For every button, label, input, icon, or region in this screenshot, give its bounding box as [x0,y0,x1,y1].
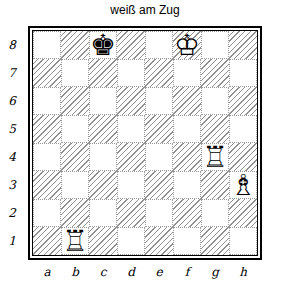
square-e7[interactable] [145,59,173,87]
square-d6[interactable] [117,87,145,115]
file-label-g: g [201,264,229,280]
square-h3[interactable]: ♝♗ [229,171,257,199]
piece-white-rook[interactable]: ♜♖ [62,228,88,254]
piece-white-bishop[interactable]: ♝♗ [230,172,256,198]
square-a8[interactable] [33,31,61,59]
rank-label-1: 1 [0,227,24,255]
square-e1[interactable] [145,227,173,255]
square-b2[interactable] [61,199,89,227]
rank-label-8: 8 [0,31,24,59]
square-e5[interactable] [145,115,173,143]
square-h8[interactable] [229,31,257,59]
rank-label-6: 6 [0,87,24,115]
square-c1[interactable] [89,227,117,255]
file-label-e: e [145,264,173,280]
square-g4[interactable]: ♜♖ [201,143,229,171]
square-f2[interactable] [173,199,201,227]
square-f5[interactable] [173,115,201,143]
square-e3[interactable] [145,171,173,199]
rank-label-2: 2 [0,199,24,227]
square-e8[interactable] [145,31,173,59]
square-b4[interactable] [61,143,89,171]
file-label-h: h [229,264,257,280]
square-g1[interactable] [201,227,229,255]
rank-label-4: 4 [0,143,24,171]
rank-label-7: 7 [0,59,24,87]
piece-glyph: ♗ [230,171,256,200]
square-a7[interactable] [33,59,61,87]
square-g6[interactable] [201,87,229,115]
file-label-c: c [89,264,117,280]
piece-white-king[interactable]: ♚♔ [173,31,201,59]
square-f8[interactable]: ♚♔ [173,31,201,59]
square-c5[interactable] [89,115,117,143]
square-a4[interactable] [33,143,61,171]
square-c6[interactable] [89,87,117,115]
square-g5[interactable] [201,115,229,143]
square-d5[interactable] [117,115,145,143]
square-h5[interactable] [229,115,257,143]
square-d3[interactable] [117,171,145,199]
file-label-f: f [173,264,201,280]
rank-label-3: 3 [0,171,24,199]
rank-label-5: 5 [0,115,24,143]
file-label-a: a [33,264,61,280]
square-a2[interactable] [33,199,61,227]
square-f4[interactable] [173,143,201,171]
square-h6[interactable] [229,87,257,115]
square-b8[interactable] [61,31,89,59]
square-f1[interactable] [173,227,201,255]
board-grid: ♚♚♚♔♜♖♝♗♜♖ [33,31,257,255]
chess-board: ♚♚♚♔♜♖♝♗♜♖ [28,26,262,260]
square-d4[interactable] [117,143,145,171]
file-label-d: d [117,264,145,280]
square-c3[interactable] [89,171,117,199]
piece-white-rook[interactable]: ♜♖ [202,144,228,170]
square-b1[interactable]: ♜♖ [61,227,89,255]
rank-labels: 87654321 [0,31,24,255]
board-border-inner: ♚♚♚♔♜♖♝♗♜♖ [32,30,258,256]
square-g8[interactable] [201,31,229,59]
square-b3[interactable] [61,171,89,199]
piece-glyph: ♖ [62,227,88,256]
square-a1[interactable] [33,227,61,255]
square-a5[interactable] [33,115,61,143]
square-c2[interactable] [89,199,117,227]
square-c4[interactable] [89,143,117,171]
square-b6[interactable] [61,87,89,115]
square-d8[interactable] [117,31,145,59]
square-a3[interactable] [33,171,61,199]
square-d2[interactable] [117,199,145,227]
square-f3[interactable] [173,171,201,199]
square-h7[interactable] [229,59,257,87]
piece-black-king[interactable]: ♚♚ [90,32,116,58]
square-e2[interactable] [145,199,173,227]
square-g2[interactable] [201,199,229,227]
square-e6[interactable] [145,87,173,115]
square-e4[interactable] [145,143,173,171]
board-caption: weiß am Zug [0,3,290,17]
square-h1[interactable] [229,227,257,255]
square-b7[interactable] [61,59,89,87]
piece-glyph: ♚ [90,31,116,60]
piece-glyph: ♔ [174,31,200,60]
file-labels: abcdefgh [33,264,257,280]
square-f6[interactable] [173,87,201,115]
square-f7[interactable] [173,59,201,87]
square-g7[interactable] [201,59,229,87]
square-g3[interactable] [201,171,229,199]
square-d7[interactable] [117,59,145,87]
square-a6[interactable] [33,87,61,115]
square-d1[interactable] [117,227,145,255]
piece-glyph: ♖ [202,143,228,172]
file-label-b: b [61,264,89,280]
square-h2[interactable] [229,199,257,227]
square-c8[interactable]: ♚♚ [89,31,117,59]
square-h4[interactable] [229,143,257,171]
square-c7[interactable] [89,59,117,87]
square-b5[interactable] [61,115,89,143]
